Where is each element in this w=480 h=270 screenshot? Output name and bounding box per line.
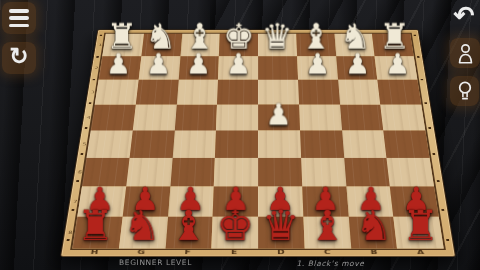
square-h6[interactable] [82,158,129,187]
square-g6[interactable] [126,158,172,187]
piece-red-pawn[interactable]: ♟ [356,183,385,215]
square-d2[interactable] [258,56,298,80]
square-b6[interactable] [344,158,390,187]
file-label-d: D [258,248,305,255]
square-b5[interactable] [342,130,387,157]
square-c6[interactable] [301,158,346,187]
square-f6[interactable] [170,158,215,187]
menu-button[interactable] [8,9,30,27]
player-button[interactable] [454,42,476,65]
undo-icon: ↶ [454,3,475,28]
square-d4[interactable]: ♟ [258,105,300,131]
square-d1[interactable]: ♛ [258,34,297,57]
square-b4[interactable] [340,105,384,131]
piece-white-pawn[interactable]: ♟ [266,99,292,128]
square-a1[interactable]: ♜ [372,34,414,57]
square-g8[interactable]: ♞ [119,217,168,249]
square-b8[interactable]: ♞ [348,217,397,249]
square-c5[interactable] [300,130,344,157]
square-f7[interactable]: ♟ [168,186,214,216]
square-f3[interactable] [176,80,218,105]
square-e3[interactable] [217,80,258,105]
board-frame: ♜♞♝♚♛♝♞♜♟♟♟♟♟♟♟♟♟♟♟♟♟♟♟♟♜♞♝♚♛♝♞♜ 1234567… [60,29,456,257]
square-b7[interactable]: ♟ [346,186,394,216]
square-d6[interactable] [258,158,302,187]
file-label-f: F [165,248,212,255]
square-f8[interactable]: ♝ [165,217,213,249]
square-h5[interactable] [86,130,132,157]
square-e7[interactable]: ♟ [213,186,258,216]
square-h7[interactable]: ♟ [77,186,126,216]
move-indicator: 1. Black's move [268,259,393,268]
square-d3[interactable] [258,80,299,105]
piece-red-pawn[interactable]: ♟ [131,183,160,215]
square-g4[interactable] [133,105,177,131]
square-h8[interactable]: ♜ [72,217,122,249]
square-c8[interactable]: ♝ [303,217,351,249]
square-h3[interactable] [95,80,139,105]
square-a5[interactable] [383,130,429,157]
square-a2[interactable]: ♟ [375,56,418,80]
piece-red-pawn[interactable]: ♟ [311,183,340,215]
piece-red-pawn[interactable]: ♟ [86,183,115,215]
file-label-b: B [351,248,398,255]
square-e6[interactable] [214,158,258,187]
rotate-icon: ↻ [9,45,28,68]
square-c1[interactable]: ♝ [296,34,336,57]
square-c3[interactable] [298,80,340,105]
piece-red-pawn[interactable]: ♟ [221,183,250,215]
square-f4[interactable] [174,105,217,131]
square-a3[interactable] [378,80,422,105]
file-label-g: G [118,248,165,255]
file-label-e: E [211,248,258,255]
level-label: BEGINNER LEVEL [98,258,213,267]
square-a6[interactable] [387,158,434,187]
square-e4[interactable] [216,105,258,131]
square-d5[interactable] [258,130,301,157]
player-icon [456,43,475,65]
square-a4[interactable] [380,105,425,131]
square-c7[interactable]: ♟ [302,186,348,216]
lightbulb-icon [457,80,473,103]
square-e1[interactable]: ♚ [219,34,258,57]
square-b3[interactable] [338,80,381,105]
piece-red-pawn[interactable]: ♟ [176,183,205,215]
square-g7[interactable]: ♟ [122,186,170,216]
chess-board: ♜♞♝♚♛♝♞♜♟♟♟♟♟♟♟♟♟♟♟♟♟♟♟♟♜♞♝♚♛♝♞♜ 1234567… [60,29,456,257]
square-g5[interactable] [129,130,174,157]
square-f1[interactable]: ♝ [180,34,220,57]
square-e5[interactable] [215,130,258,157]
piece-red-pawn[interactable]: ♟ [266,183,295,215]
square-c4[interactable] [299,105,342,131]
square-h4[interactable] [91,105,136,131]
square-g2[interactable]: ♟ [138,56,180,80]
square-b2[interactable]: ♟ [336,56,378,80]
square-e8[interactable]: ♚ [212,217,258,249]
menu-icon [9,9,29,13]
square-b1[interactable]: ♞ [334,34,375,57]
square-e2[interactable]: ♟ [218,56,258,80]
undo-move-button[interactable]: ↶ [451,2,477,30]
square-a7[interactable]: ♟ [390,186,439,216]
file-label-a: A [397,248,445,255]
board-squares: ♜♞♝♚♛♝♞♜♟♟♟♟♟♟♟♟♟♟♟♟♟♟♟♟♜♞♝♚♛♝♞♜ [72,34,443,249]
square-f2[interactable]: ♟ [178,56,219,80]
hint-button[interactable] [455,79,475,103]
square-g3[interactable] [136,80,179,105]
square-a8[interactable]: ♜ [394,217,444,249]
square-g1[interactable]: ♞ [141,34,182,57]
file-label-c: C [304,248,351,255]
file-label-h: H [71,248,119,255]
square-d7[interactable]: ♟ [258,186,303,216]
square-c2[interactable]: ♟ [297,56,338,80]
piece-red-pawn[interactable]: ♟ [402,183,431,215]
square-f5[interactable] [172,130,216,157]
file-labels: HGFEDCBA [71,247,445,256]
square-d8[interactable]: ♛ [258,217,304,249]
square-h1[interactable]: ♜ [102,34,144,57]
square-h2[interactable]: ♟ [99,56,142,80]
rotate-board-button[interactable]: ↻ [7,44,31,70]
